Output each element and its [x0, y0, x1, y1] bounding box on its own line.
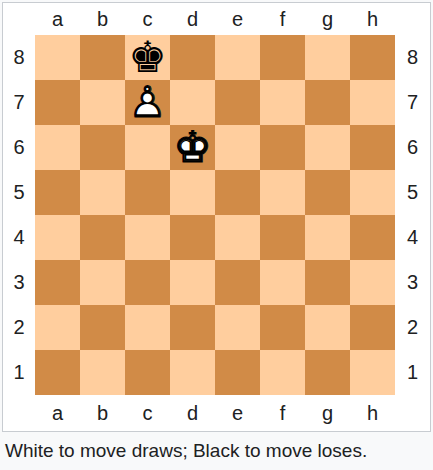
file-label-a-bottom: a: [35, 395, 80, 431]
rank-label-1-left: 1: [3, 350, 35, 395]
square-f6: [260, 125, 305, 170]
square-c7: ♟♙: [125, 80, 170, 125]
square-b1: [80, 350, 125, 395]
square-d1: [170, 350, 215, 395]
square-c6: [125, 125, 170, 170]
square-h6: [350, 125, 395, 170]
rank-label-4-right: 4: [395, 215, 430, 260]
rank-label-8-right: 8: [395, 35, 430, 80]
square-b4: [80, 215, 125, 260]
square-h2: [350, 305, 395, 350]
rank-label-5-right: 5: [395, 170, 430, 215]
rank-label-8-left: 8: [3, 35, 35, 80]
black-king: ♚: [125, 35, 170, 80]
square-f3: [260, 260, 305, 305]
chess-board: abcdefgh8♚87♟♙76♚♔65544332211abcdefgh: [3, 3, 430, 431]
chess-diagram: abcdefgh8♚87♟♙76♚♔65544332211abcdefgh: [2, 2, 431, 432]
rank-label-2-left: 2: [3, 305, 35, 350]
file-label-g-bottom: g: [305, 395, 350, 431]
square-a3: [35, 260, 80, 305]
square-g1: [305, 350, 350, 395]
square-f8: [260, 35, 305, 80]
square-h4: [350, 215, 395, 260]
square-h1: [350, 350, 395, 395]
white-pawn: ♟♙: [125, 80, 170, 125]
square-e7: [215, 80, 260, 125]
square-e8: [215, 35, 260, 80]
square-d3: [170, 260, 215, 305]
square-g2: [305, 305, 350, 350]
rank-label-6-left: 6: [3, 125, 35, 170]
square-h7: [350, 80, 395, 125]
file-label-h-top: h: [350, 3, 395, 35]
square-g3: [305, 260, 350, 305]
square-b2: [80, 305, 125, 350]
square-f4: [260, 215, 305, 260]
white-king: ♚♔: [170, 125, 215, 170]
square-c2: [125, 305, 170, 350]
square-c1: [125, 350, 170, 395]
square-d2: [170, 305, 215, 350]
square-h3: [350, 260, 395, 305]
square-c5: [125, 170, 170, 215]
square-b7: [80, 80, 125, 125]
square-d6: ♚♔: [170, 125, 215, 170]
square-d8: [170, 35, 215, 80]
white-king-outline: ♔: [170, 125, 215, 170]
square-d5: [170, 170, 215, 215]
rank-label-2-right: 2: [395, 305, 430, 350]
file-label-h-bottom: h: [350, 395, 395, 431]
square-f5: [260, 170, 305, 215]
square-e5: [215, 170, 260, 215]
rank-label-3-right: 3: [395, 260, 430, 305]
square-a1: [35, 350, 80, 395]
square-a8: [35, 35, 80, 80]
file-label-b-top: b: [80, 3, 125, 35]
square-c4: [125, 215, 170, 260]
rank-label-4-left: 4: [3, 215, 35, 260]
square-d7: [170, 80, 215, 125]
file-label-c-top: c: [125, 3, 170, 35]
black-king-glyph: ♚: [125, 35, 170, 80]
file-label-a-top: a: [35, 3, 80, 35]
rank-label-3-left: 3: [3, 260, 35, 305]
square-b5: [80, 170, 125, 215]
square-e1: [215, 350, 260, 395]
square-h5: [350, 170, 395, 215]
square-h8: [350, 35, 395, 80]
file-label-d-top: d: [170, 3, 215, 35]
square-e4: [215, 215, 260, 260]
file-label-g-top: g: [305, 3, 350, 35]
square-g8: [305, 35, 350, 80]
caption: White to move draws; Black to move loses…: [0, 432, 432, 462]
square-g5: [305, 170, 350, 215]
square-f7: [260, 80, 305, 125]
square-a4: [35, 215, 80, 260]
file-label-e-top: e: [215, 3, 260, 35]
square-a6: [35, 125, 80, 170]
square-d4: [170, 215, 215, 260]
file-label-c-bottom: c: [125, 395, 170, 431]
file-label-e-bottom: e: [215, 395, 260, 431]
corner-spacer: [395, 3, 430, 35]
corner-spacer: [395, 395, 430, 431]
square-a5: [35, 170, 80, 215]
file-label-f-bottom: f: [260, 395, 305, 431]
rank-label-5-left: 5: [3, 170, 35, 215]
rank-label-7-left: 7: [3, 80, 35, 125]
corner-spacer: [3, 3, 35, 35]
rank-label-7-right: 7: [395, 80, 430, 125]
square-a7: [35, 80, 80, 125]
square-c3: [125, 260, 170, 305]
square-e6: [215, 125, 260, 170]
square-b8: [80, 35, 125, 80]
square-g4: [305, 215, 350, 260]
rank-label-1-right: 1: [395, 350, 430, 395]
square-f2: [260, 305, 305, 350]
white-pawn-outline: ♙: [125, 80, 170, 125]
corner-spacer: [3, 395, 35, 431]
file-label-f-top: f: [260, 3, 305, 35]
square-e3: [215, 260, 260, 305]
square-f1: [260, 350, 305, 395]
rank-label-6-right: 6: [395, 125, 430, 170]
square-g6: [305, 125, 350, 170]
square-g7: [305, 80, 350, 125]
file-label-d-bottom: d: [170, 395, 215, 431]
square-b6: [80, 125, 125, 170]
file-label-b-bottom: b: [80, 395, 125, 431]
square-c8: ♚: [125, 35, 170, 80]
square-b3: [80, 260, 125, 305]
square-a2: [35, 305, 80, 350]
square-e2: [215, 305, 260, 350]
